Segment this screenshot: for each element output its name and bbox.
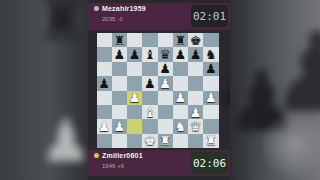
top-rating-delta: -9 (117, 16, 122, 22)
square-f1[interactable] (173, 134, 188, 148)
square-g1[interactable] (188, 134, 203, 148)
game-video-column: ♟ Mezahir1959 2035-9 02:01 ♜♜♚♟♟♝♛♟♟♞♟♟♟… (88, 0, 230, 180)
square-c5[interactable] (127, 76, 142, 90)
bottom-rating-delta: +6 (117, 163, 124, 169)
black-pawn[interactable]: ♟ (114, 48, 126, 61)
bottom-clock-time: 02:06 (193, 157, 226, 170)
black-bishop[interactable]: ♝ (144, 48, 156, 61)
square-b7[interactable]: ♟ (112, 47, 127, 61)
square-d2[interactable] (142, 119, 157, 133)
square-b5[interactable] (112, 76, 127, 90)
black-pawn[interactable]: ♟ (159, 62, 171, 75)
white-queen[interactable]: ♛ (190, 120, 202, 133)
square-g2[interactable]: ♛ (188, 119, 203, 133)
square-d5[interactable]: ♟ (142, 76, 157, 90)
square-b3[interactable] (112, 105, 127, 119)
square-c2[interactable] (127, 119, 142, 133)
black-pawn[interactable]: ♟ (190, 48, 202, 61)
square-e3[interactable] (158, 105, 173, 119)
square-e7[interactable]: ♛ (158, 47, 173, 61)
square-a5[interactable]: ♟ (97, 76, 112, 90)
square-g3[interactable]: ♟ (188, 105, 203, 119)
square-h8[interactable] (203, 33, 218, 47)
square-a1[interactable] (97, 134, 112, 148)
black-rook[interactable]: ♜ (114, 34, 126, 47)
background-blur-left: ♜ ♟ (0, 0, 88, 180)
black-pawn[interactable]: ♟ (175, 48, 187, 61)
black-queen[interactable]: ♛ (159, 48, 171, 61)
square-g5[interactable] (188, 76, 203, 90)
square-g7[interactable]: ♟ (188, 47, 203, 61)
bottom-player-clock: 02:06 (191, 152, 228, 174)
square-h4[interactable]: ♟ (203, 91, 218, 105)
square-d8[interactable] (142, 33, 157, 47)
bottom-player-name[interactable]: Zmiller0601 (102, 152, 143, 159)
black-pawn[interactable]: ♟ (205, 62, 217, 75)
white-pawn[interactable]: ♟ (159, 77, 171, 90)
square-f8[interactable]: ♜ (173, 33, 188, 47)
black-pawn[interactable]: ♟ (129, 48, 141, 61)
top-player-rating: 2035-9 (102, 16, 123, 22)
square-c3[interactable] (127, 105, 142, 119)
square-f7[interactable]: ♟ (173, 47, 188, 61)
top-player-name[interactable]: Mezahir1959 (102, 5, 146, 12)
square-f2[interactable]: ♞ (173, 119, 188, 133)
square-c4[interactable]: ♟ (127, 91, 142, 105)
chess-board[interactable]: ♜♜♚♟♟♝♛♟♟♞♟♟♟♟♟♟♟♟♝♟♟♟♞♛♚♜♜ (97, 33, 219, 148)
square-d4[interactable] (142, 91, 157, 105)
square-d1[interactable]: ♚ (142, 134, 157, 148)
black-rook[interactable]: ♜ (175, 34, 187, 47)
square-b4[interactable] (112, 91, 127, 105)
black-pawn[interactable]: ♟ (144, 77, 156, 90)
square-b6[interactable] (112, 62, 127, 76)
square-h3[interactable] (203, 105, 218, 119)
bottom-rating-value: 1946 (102, 163, 115, 169)
square-e5[interactable]: ♟ (158, 76, 173, 90)
top-player-name-row: Mezahir1959 (94, 5, 146, 12)
white-knight[interactable]: ♞ (175, 120, 187, 133)
top-rating-value: 2035 (102, 16, 115, 22)
bottom-player-status-dot (94, 153, 99, 158)
bottom-player-name-row: Zmiller0601 (94, 152, 143, 159)
white-pawn[interactable]: ♟ (175, 91, 187, 104)
square-b2[interactable]: ♟ (112, 119, 127, 133)
square-h7[interactable]: ♞ (203, 47, 218, 61)
white-king[interactable]: ♚ (144, 134, 156, 147)
square-h1[interactable]: ♜ (203, 134, 218, 148)
square-f6[interactable] (173, 62, 188, 76)
blurred-pawn-silhouette: ♟ (40, 112, 92, 170)
square-g6[interactable] (188, 62, 203, 76)
square-b1[interactable] (112, 134, 127, 148)
square-f4[interactable]: ♟ (173, 91, 188, 105)
square-f5[interactable] (173, 76, 188, 90)
black-king[interactable]: ♚ (190, 34, 202, 47)
white-pawn[interactable]: ♟ (190, 106, 202, 119)
white-bishop[interactable]: ♝ (144, 106, 156, 119)
square-c7[interactable]: ♟ (127, 47, 142, 61)
top-player-bar: Mezahir1959 2035-9 02:01 (88, 3, 230, 30)
square-a7[interactable] (97, 47, 112, 61)
white-pawn[interactable]: ♟ (114, 120, 126, 133)
white-pawn[interactable]: ♟ (98, 120, 110, 133)
square-g4[interactable] (188, 91, 203, 105)
square-a6[interactable] (97, 62, 112, 76)
white-pawn[interactable]: ♟ (205, 91, 217, 104)
square-e2[interactable] (158, 119, 173, 133)
square-e4[interactable] (158, 91, 173, 105)
bottom-player-rating: 1946+6 (102, 163, 124, 169)
square-e1[interactable]: ♜ (158, 134, 173, 148)
square-e8[interactable] (158, 33, 173, 47)
square-e6[interactable]: ♟ (158, 62, 173, 76)
square-a8[interactable] (97, 33, 112, 47)
background-blur-right: ♟ ♟ (230, 0, 320, 180)
top-player-status-dot (94, 6, 99, 11)
white-rook[interactable]: ♜ (205, 134, 217, 147)
top-player-clock: 02:01 (191, 5, 228, 27)
square-b8[interactable]: ♜ (112, 33, 127, 47)
black-pawn[interactable]: ♟ (98, 77, 110, 90)
square-a2[interactable]: ♟ (97, 119, 112, 133)
square-c1[interactable] (127, 134, 142, 148)
bottom-player-bar: Zmiller0601 1946+6 02:06 (88, 150, 230, 176)
top-clock-time: 02:01 (193, 10, 226, 23)
square-h5[interactable] (203, 76, 218, 90)
blurred-rook-silhouette: ♜ (34, 0, 90, 50)
square-g8[interactable]: ♚ (188, 33, 203, 47)
square-h6[interactable]: ♟ (203, 62, 218, 76)
blurred-pawn-silhouette: ♟ (268, 18, 320, 128)
video-frame: ♜ ♟ ♟ ♟ ♟ Mezahir1959 2035-9 02:01 ♜♜♚♟♟… (0, 0, 320, 180)
square-a3[interactable] (97, 105, 112, 119)
square-d7[interactable]: ♝ (142, 47, 157, 61)
square-c8[interactable] (127, 33, 142, 47)
square-h2[interactable] (203, 119, 218, 133)
square-d3[interactable]: ♝ (142, 105, 157, 119)
white-pawn[interactable]: ♟ (129, 91, 141, 104)
square-f3[interactable] (173, 105, 188, 119)
square-c6[interactable] (127, 62, 142, 76)
square-a4[interactable] (97, 91, 112, 105)
square-d6[interactable] (142, 62, 157, 76)
black-knight[interactable]: ♞ (205, 48, 217, 61)
white-rook[interactable]: ♜ (159, 134, 171, 147)
